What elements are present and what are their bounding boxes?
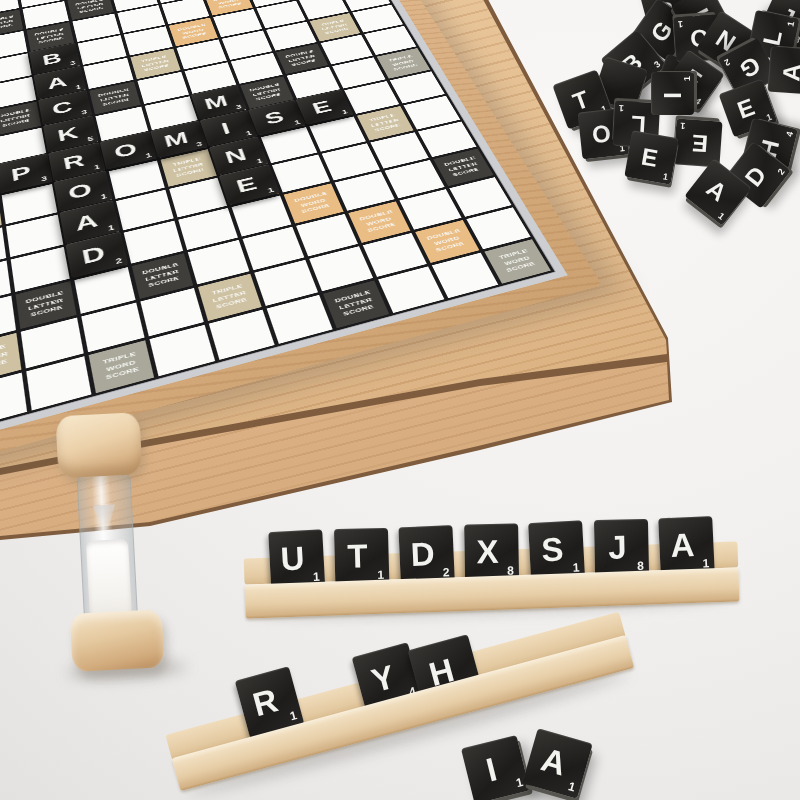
- tile-value: 1: [256, 157, 264, 164]
- tile-value: 1: [682, 76, 692, 81]
- letter-tile-U[interactable]: U1: [268, 529, 325, 590]
- tile-letter: E: [691, 129, 709, 158]
- letter-tile-I[interactable]: I1: [461, 735, 530, 800]
- scene: TRIPLE WORD SCOREDOUBLE LETTER SCORETRIP…: [0, 0, 800, 800]
- tile-letter: K: [56, 124, 80, 146]
- tile-value: 3: [195, 141, 202, 148]
- tile-letter: T: [347, 537, 368, 576]
- tile-value: 2: [722, 56, 731, 67]
- timer-funnel: [93, 504, 116, 531]
- tile-letter: R: [61, 151, 86, 174]
- tile-value: 3: [651, 58, 661, 69]
- premium-square-label: DOUBLE LETTER SCORE: [280, 48, 323, 69]
- tile-letter: A: [537, 740, 570, 783]
- tile-value: 1: [716, 211, 726, 222]
- premium-square-label: DOUBLE LETTER SCORE: [20, 289, 72, 322]
- premium-square-label: TRIPLE LETTER SCORE: [362, 111, 408, 135]
- tile-letter: O: [112, 139, 139, 162]
- premium-square-label: DOUBLE WORD SCORE: [173, 22, 214, 41]
- tile-value: 1: [677, 18, 683, 28]
- tile-value: 4: [784, 130, 795, 137]
- tile-letter: C: [51, 98, 74, 119]
- premium-square-label: DOUBLE WORD SCORE: [289, 190, 339, 217]
- premium-square-label: TRIPLE WORD SCORE: [93, 348, 149, 384]
- tile-value: 4: [693, 96, 703, 107]
- premium-square-label: DOUBLE LETTER SCORE: [0, 14, 20, 33]
- tile-value: 1: [288, 708, 298, 723]
- tile-letter: O: [590, 118, 611, 148]
- tile-value: 1: [341, 108, 349, 115]
- timer-top-cap: [55, 412, 142, 478]
- premium-square-label: DOUBLE LETTER SCORE: [30, 27, 71, 47]
- tile-letter: N: [222, 145, 249, 168]
- tile-value: 2: [115, 256, 123, 265]
- tile-letter: M: [162, 128, 191, 151]
- tile-value: 1: [618, 103, 624, 113]
- tile-value: 1: [680, 121, 686, 131]
- board-cell: [0, 373, 27, 429]
- tile-letter: I: [219, 119, 233, 138]
- premium-square-label: DOUBLE LETTER SCORE: [71, 0, 111, 16]
- tile-letter: E: [639, 141, 660, 171]
- letter-tile-X[interactable]: X8: [464, 524, 519, 583]
- premium-square-label: DOUBLE LETTER SCORE: [245, 81, 289, 103]
- premium-square-label: TRIPLE LETTER SCORE: [134, 53, 176, 74]
- tile-value: 1: [245, 130, 253, 137]
- tile-letter: E: [309, 97, 334, 117]
- tile-value: 3: [81, 109, 88, 116]
- tile-letter: A: [46, 73, 69, 93]
- tile-letter: B: [41, 50, 63, 69]
- premium-square-label: DOUBLE LETTER SCORE: [0, 107, 37, 130]
- letter-tile-A[interactable]: A1: [658, 516, 715, 576]
- tile-letter: R: [249, 681, 282, 724]
- premium-square-label: DOUBLE LETTER SCORE: [136, 260, 188, 291]
- letter-tile-I[interactable]: I1: [651, 72, 694, 115]
- letter-tile-A[interactable]: A1: [522, 728, 593, 799]
- tile-value: 1: [567, 779, 577, 794]
- sand-timer[interactable]: [47, 411, 164, 672]
- premium-square-label: DOUBLE LETTER SCORE: [93, 87, 137, 109]
- tile-value: 1: [93, 163, 100, 170]
- tile-value: 1: [267, 186, 275, 194]
- tile-letter: P: [10, 162, 33, 185]
- tile-value: 1: [107, 224, 115, 232]
- tile-letter: O: [66, 179, 93, 204]
- timer-glass: [76, 467, 138, 632]
- premium-square-label: DOUBLE LETTER SCORE: [439, 154, 488, 180]
- tile-letter: U: [280, 539, 306, 578]
- tile-rack-1[interactable]: U1T1D2X8S1J8A1: [242, 505, 739, 622]
- rack-tiles: U1T1D2X8S1J8A1: [242, 505, 736, 522]
- tile-letter: D: [410, 535, 435, 574]
- tile-letter: M: [202, 92, 230, 113]
- tile-letter: A: [73, 210, 99, 236]
- tile-value: 1: [293, 119, 301, 126]
- tile-letter: A: [670, 526, 696, 565]
- tile-letter: I: [658, 92, 686, 99]
- tile-letter: A: [701, 174, 732, 207]
- tile-value: 5: [87, 135, 94, 142]
- premium-square-label: DOUBLE WORD SCORE: [421, 227, 473, 256]
- letter-tile-S[interactable]: S1: [528, 520, 585, 581]
- premium-square-label: DOUBLE WORD SCORE: [354, 208, 405, 236]
- tile-letter: J: [608, 528, 627, 566]
- premium-square-label: TRIPLE LETTER SCORE: [314, 18, 356, 37]
- letter-tile-A[interactable]: A1: [767, 46, 800, 94]
- tile-value: 1: [662, 171, 669, 182]
- premium-square-label: TRIPLE LETTER SCORE: [203, 281, 256, 313]
- premium-square-label: DOUBLE WORD SCORE: [209, 0, 249, 11]
- letter-tile-E[interactable]: E1: [624, 130, 678, 184]
- tile-value: 1: [785, 20, 796, 27]
- tile-letter: S: [541, 530, 565, 569]
- premium-square-label: TRIPLE WORD SCORE: [491, 246, 545, 276]
- letter-tile-D[interactable]: D2: [398, 525, 454, 585]
- letter-tile-J[interactable]: J8: [594, 519, 649, 578]
- tile-letter: E: [233, 173, 259, 197]
- tile-letter: S: [262, 108, 287, 129]
- premium-square-label: DOUBLE LETTER SCORE: [329, 288, 383, 321]
- letter-tile-T[interactable]: T1: [334, 528, 389, 587]
- tile-letter: Y: [368, 658, 399, 700]
- premium-square-label: TRIPLE LETTER SCORE: [165, 155, 212, 181]
- tile-letter: I: [482, 750, 500, 789]
- tile-value: 3: [70, 60, 76, 66]
- tile-letter: A: [776, 62, 800, 81]
- timer-bottom-cap: [70, 609, 165, 672]
- tile-value: 3: [235, 104, 242, 111]
- tile-letter: D: [80, 242, 107, 269]
- premium-square-label: TRIPLE LETTER SCORE: [0, 341, 17, 377]
- tile-value: 1: [75, 84, 82, 90]
- tile-value: 2: [776, 167, 787, 177]
- tile-letter: X: [476, 533, 499, 571]
- tile-value: 3: [41, 175, 48, 183]
- tile-value: 1: [145, 152, 152, 159]
- premium-square-label: TRIPLE WORD SCORE: [381, 53, 425, 74]
- tile-value: 1: [100, 193, 107, 201]
